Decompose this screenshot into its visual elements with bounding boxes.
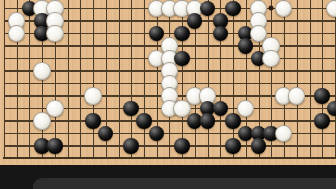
white-stone: ○ [237,100,254,117]
board-point[interactable]: ● [239,40,252,53]
black-stone: ● [149,126,164,141]
board-point[interactable]: ● [87,115,100,128]
black-stone: ● [213,26,228,41]
board-point[interactable]: ● [125,140,138,153]
black-stone: ● [98,126,113,141]
board-point[interactable]: ○ [48,102,61,115]
board-point[interactable]: ○ [277,127,290,140]
board-point[interactable]: ● [227,140,240,153]
board-point[interactable]: ○ [36,65,49,78]
black-stone: ● [47,138,62,153]
board-point[interactable]: ○ [36,115,49,128]
board-point[interactable]: ● [214,27,227,40]
white-stone: ○ [46,25,63,42]
white-stone: ○ [275,0,292,17]
white-stone: ○ [33,112,50,129]
board-point[interactable]: ● [316,115,329,128]
white-stone: ○ [33,62,50,79]
board-point[interactable]: ● [176,52,189,65]
black-stone: ● [251,138,266,153]
board-point[interactable]: ● [150,127,163,140]
board-point[interactable]: ○ [252,27,265,40]
board-point[interactable]: ● [227,2,240,15]
black-stone: ● [174,51,189,66]
board-point[interactable]: ○ [48,27,61,40]
stone-grid: ●○○○○○○●●○○○○●○●●○○●○●●●●○○●○○○●●○○○○○○○… [0,2,336,165]
board-point[interactable]: ● [48,140,61,153]
board-point[interactable]: ● [201,115,214,128]
black-stone: ● [123,138,138,153]
board-point[interactable]: ● [99,127,112,140]
board-point[interactable]: ● [176,27,189,40]
board-point[interactable]: ○ [328,2,336,15]
board-point[interactable]: ○ [290,90,303,103]
board-point[interactable]: ● [188,15,201,28]
board-point[interactable]: ● [328,102,336,115]
black-stone: ● [225,1,240,16]
board-point[interactable]: ● [176,140,189,153]
board-point[interactable]: ● [214,102,227,115]
black-stone: ● [314,113,329,128]
white-stone: ○ [8,25,25,42]
board-point[interactable]: ● [125,102,138,115]
white-stone: ○ [84,87,101,104]
board-point[interactable]: ○ [87,90,100,103]
black-stone: ● [327,101,336,116]
bottom-panel [33,178,336,189]
board-point[interactable]: ○ [10,27,23,40]
white-stone: ○ [275,125,292,142]
board-point[interactable]: ○ [277,2,290,15]
board-point[interactable]: ● [138,115,151,128]
black-stone: ● [200,113,215,128]
go-board[interactable]: ●○○○○○○●●○○○○●○●●○○●○●●●●○○●○○○●●○○○○○○○… [0,0,336,165]
black-stone: ● [174,138,189,153]
board-point[interactable]: ○ [176,102,189,115]
board-point[interactable]: ● [150,27,163,40]
board-point[interactable]: ● [252,140,265,153]
board-point[interactable]: ● [227,115,240,128]
white-stone: ○ [288,87,305,104]
board-point[interactable]: ● [201,2,214,15]
black-stone: ● [187,13,202,28]
board-point[interactable]: ● [316,90,329,103]
white-stone: ○ [262,50,279,67]
board-point[interactable]: ○ [239,102,252,115]
board-point[interactable]: ○ [265,52,278,65]
black-stone: ● [174,26,189,41]
white-stone: ○ [326,0,336,17]
black-stone: ● [225,138,240,153]
